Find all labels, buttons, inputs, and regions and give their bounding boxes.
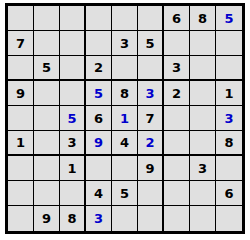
cell-r8c7[interactable] (164, 181, 190, 206)
cell-r4c3[interactable] (60, 81, 86, 106)
cell-r1c5[interactable] (112, 6, 138, 31)
cell-r7c6[interactable]: 9 (138, 156, 164, 181)
cell-r5c3[interactable]: 5 (60, 106, 86, 131)
cell-r5c2[interactable] (34, 106, 60, 131)
sudoku-page: 68573552395832156173139428193456983 (0, 0, 250, 240)
cell-r3c3[interactable] (60, 56, 86, 81)
cell-r7c7[interactable] (164, 156, 190, 181)
cell-r9c6[interactable] (138, 206, 164, 231)
cell-r1c4[interactable] (86, 6, 112, 31)
cell-r2c8[interactable] (190, 31, 216, 56)
cell-r7c2[interactable] (34, 156, 60, 181)
cell-r6c9[interactable]: 8 (216, 131, 242, 156)
cell-r4c5[interactable]: 8 (112, 81, 138, 106)
cell-r9c2[interactable]: 9 (34, 206, 60, 231)
cell-r6c2[interactable] (34, 131, 60, 156)
cell-r8c9[interactable]: 6 (216, 181, 242, 206)
cell-r6c7[interactable] (164, 131, 190, 156)
cell-r2c1[interactable]: 7 (8, 31, 34, 56)
cell-r5c9[interactable]: 3 (216, 106, 242, 131)
cell-r3c1[interactable] (8, 56, 34, 81)
cell-r3c9[interactable] (216, 56, 242, 81)
cell-r6c4[interactable]: 9 (86, 131, 112, 156)
cell-r5c4[interactable]: 6 (86, 106, 112, 131)
cell-r2c2[interactable] (34, 31, 60, 56)
cell-r7c1[interactable] (8, 156, 34, 181)
cell-r9c9[interactable] (216, 206, 242, 231)
cell-r4c6[interactable]: 3 (138, 81, 164, 106)
cell-r1c1[interactable] (8, 6, 34, 31)
cell-r7c8[interactable]: 3 (190, 156, 216, 181)
cell-r5c1[interactable] (8, 106, 34, 131)
cell-r3c5[interactable] (112, 56, 138, 81)
cell-r8c3[interactable] (60, 181, 86, 206)
cell-r3c4[interactable]: 2 (86, 56, 112, 81)
sudoku-board: 68573552395832156173139428193456983 (5, 3, 245, 234)
cell-r5c6[interactable]: 7 (138, 106, 164, 131)
cell-r2c4[interactable] (86, 31, 112, 56)
cell-r5c7[interactable] (164, 106, 190, 131)
cell-r7c5[interactable] (112, 156, 138, 181)
cell-r4c2[interactable] (34, 81, 60, 106)
cell-r8c2[interactable] (34, 181, 60, 206)
cell-r6c6[interactable]: 2 (138, 131, 164, 156)
cell-r3c7[interactable]: 3 (164, 56, 190, 81)
cell-r6c1[interactable]: 1 (8, 131, 34, 156)
cell-r9c4[interactable]: 3 (86, 206, 112, 231)
cell-r8c4[interactable]: 4 (86, 181, 112, 206)
cell-r2c3[interactable] (60, 31, 86, 56)
cell-r9c1[interactable] (8, 206, 34, 231)
cell-r9c8[interactable] (190, 206, 216, 231)
cell-r4c7[interactable]: 2 (164, 81, 190, 106)
cell-r2c6[interactable]: 5 (138, 31, 164, 56)
cell-r7c3[interactable]: 1 (60, 156, 86, 181)
cell-r1c2[interactable] (34, 6, 60, 31)
cell-r2c7[interactable] (164, 31, 190, 56)
cell-r4c8[interactable] (190, 81, 216, 106)
cell-r5c8[interactable] (190, 106, 216, 131)
cell-r8c1[interactable] (8, 181, 34, 206)
cell-r1c7[interactable]: 6 (164, 6, 190, 31)
cell-r8c6[interactable] (138, 181, 164, 206)
cell-r4c9[interactable]: 1 (216, 81, 242, 106)
cell-r3c6[interactable] (138, 56, 164, 81)
cell-r9c5[interactable] (112, 206, 138, 231)
cell-r4c4[interactable]: 5 (86, 81, 112, 106)
cell-r2c5[interactable]: 3 (112, 31, 138, 56)
cell-r9c7[interactable] (164, 206, 190, 231)
cell-r7c9[interactable] (216, 156, 242, 181)
cell-r1c8[interactable]: 8 (190, 6, 216, 31)
cell-r1c3[interactable] (60, 6, 86, 31)
cell-r1c6[interactable] (138, 6, 164, 31)
cell-r9c3[interactable]: 8 (60, 206, 86, 231)
cell-r4c1[interactable]: 9 (8, 81, 34, 106)
cell-r6c3[interactable]: 3 (60, 131, 86, 156)
cell-r8c8[interactable] (190, 181, 216, 206)
cell-r3c8[interactable] (190, 56, 216, 81)
cell-r2c9[interactable] (216, 31, 242, 56)
cell-r5c5[interactable]: 1 (112, 106, 138, 131)
cell-r6c5[interactable]: 4 (112, 131, 138, 156)
cell-r8c5[interactable]: 5 (112, 181, 138, 206)
cell-r3c2[interactable]: 5 (34, 56, 60, 81)
cell-r7c4[interactable] (86, 156, 112, 181)
cell-r6c8[interactable] (190, 131, 216, 156)
cell-r1c9[interactable]: 5 (216, 6, 242, 31)
